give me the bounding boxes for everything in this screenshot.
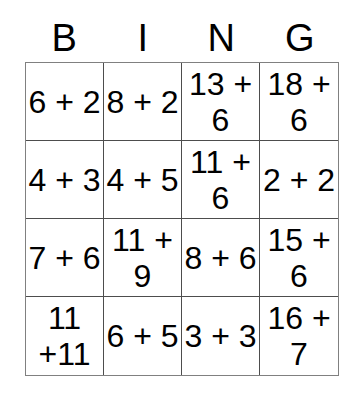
grid-cell-r2c1[interactable]: 4 + 3 bbox=[26, 141, 104, 219]
bingo-grid: 6 + 2 8 + 2 13 + 6 18 + 6 4 + 3 4 + 5 11… bbox=[25, 62, 339, 376]
grid-cell-r4c1[interactable]: 11 +11 bbox=[26, 297, 104, 375]
grid-cell-r3c1[interactable]: 7 + 6 bbox=[26, 219, 104, 297]
grid-cell-r2c4[interactable]: 2 + 2 bbox=[260, 141, 338, 219]
grid-cell-r1c3[interactable]: 13 + 6 bbox=[182, 63, 260, 141]
grid-cell-r3c2[interactable]: 11 + 9 bbox=[104, 219, 182, 297]
grid-cell-r2c2[interactable]: 4 + 5 bbox=[104, 141, 182, 219]
bingo-header: B I N G bbox=[25, 14, 339, 62]
grid-cell-r1c1[interactable]: 6 + 2 bbox=[26, 63, 104, 141]
header-letter-i: I bbox=[104, 14, 183, 62]
grid-cell-r3c4[interactable]: 15 + 6 bbox=[260, 219, 338, 297]
grid-cell-r1c4[interactable]: 18 + 6 bbox=[260, 63, 338, 141]
grid-cell-r3c3[interactable]: 8 + 6 bbox=[182, 219, 260, 297]
grid-cell-r4c3[interactable]: 3 + 3 bbox=[182, 297, 260, 375]
grid-cell-r4c4[interactable]: 16 + 7 bbox=[260, 297, 338, 375]
header-letter-g: G bbox=[261, 14, 340, 62]
header-letter-b: B bbox=[25, 14, 104, 62]
grid-cell-r1c2[interactable]: 8 + 2 bbox=[104, 63, 182, 141]
grid-cell-r4c2[interactable]: 6 + 5 bbox=[104, 297, 182, 375]
grid-cell-r2c3[interactable]: 11 + 6 bbox=[182, 141, 260, 219]
header-letter-n: N bbox=[182, 14, 261, 62]
